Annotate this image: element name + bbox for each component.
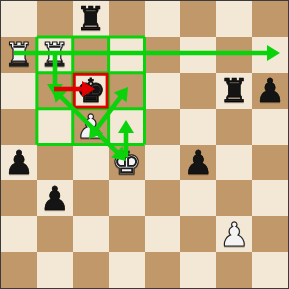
piece-black-rook-c8[interactable]: ♜ (73, 1, 109, 37)
chess-analysis-screenshot: ♜♜♜♚♜♟♟♟♚♟♟♟ (0, 0, 289, 289)
piece-black-pawn-f4[interactable]: ♟ (180, 145, 216, 181)
piece-white-rook-a7[interactable]: ♜ (1, 37, 37, 73)
piece-white-king-d4[interactable]: ♚ (109, 145, 145, 181)
piece-white-rook-b7[interactable]: ♜ (37, 37, 73, 73)
piece-white-pawn-g2[interactable]: ♟ (216, 216, 252, 252)
piece-black-pawn-h6[interactable]: ♟ (252, 73, 288, 109)
board-frame: ♜♜♜♚♜♟♟♟♚♟♟♟ (0, 0, 289, 289)
piece-black-pawn-b3[interactable]: ♟ (37, 180, 73, 216)
piece-layer: ♜♜♜♚♜♟♟♟♚♟♟♟ (0, 0, 289, 289)
piece-black-king-c6[interactable]: ♚ (73, 73, 109, 109)
piece-black-pawn-a4[interactable]: ♟ (1, 145, 37, 181)
piece-black-rook-g6[interactable]: ♜ (216, 73, 252, 109)
piece-white-pawn-c5[interactable]: ♟ (73, 109, 109, 145)
